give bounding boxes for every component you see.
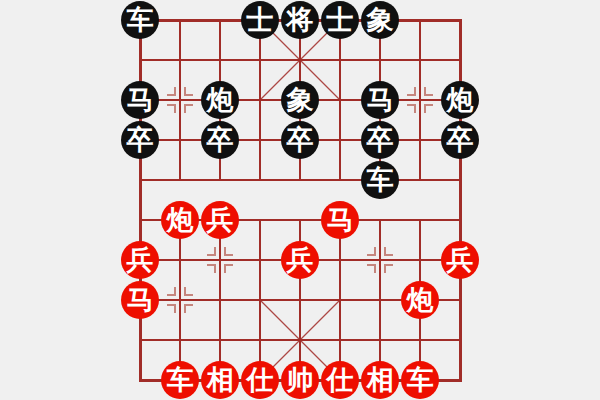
piece-red-pawn[interactable]: 兵 <box>281 241 319 279</box>
point-marker-corner <box>167 104 176 113</box>
piece-black-horse[interactable]: 马 <box>121 81 159 119</box>
piece-black-general[interactable]: 将 <box>281 1 319 39</box>
piece-black-pawn[interactable]: 卒 <box>281 121 319 159</box>
piece-black-pawn[interactable]: 卒 <box>201 121 239 159</box>
piece-red-horse[interactable]: 马 <box>121 281 159 319</box>
point-marker-corner <box>407 104 416 113</box>
piece-red-elephant[interactable]: 相 <box>361 361 399 399</box>
point-marker-corner <box>367 247 376 256</box>
piece-black-pawn[interactable]: 卒 <box>121 121 159 159</box>
piece-red-cannon[interactable]: 炮 <box>401 281 439 319</box>
piece-black-cannon[interactable]: 炮 <box>201 81 239 119</box>
piece-black-cannon[interactable]: 炮 <box>441 81 479 119</box>
piece-red-advisor[interactable]: 仕 <box>321 361 359 399</box>
point-marker-corner <box>384 247 393 256</box>
piece-black-advisor[interactable]: 士 <box>321 1 359 39</box>
point-marker-corner <box>167 304 176 313</box>
point-marker-corner <box>184 87 193 96</box>
piece-red-elephant[interactable]: 相 <box>201 361 239 399</box>
piece-black-pawn[interactable]: 卒 <box>441 121 479 159</box>
piece-black-elephant[interactable]: 象 <box>361 1 399 39</box>
point-marker-corner <box>367 264 376 273</box>
point-marker <box>167 287 193 313</box>
piece-red-pawn[interactable]: 兵 <box>121 241 159 279</box>
piece-red-cannon[interactable]: 炮 <box>161 201 199 239</box>
point-marker-corner <box>184 287 193 296</box>
point-marker-corner <box>167 287 176 296</box>
point-marker-corner <box>224 247 233 256</box>
point-marker <box>167 87 193 113</box>
piece-black-rook[interactable]: 车 <box>361 161 399 199</box>
board-grid <box>0 0 600 400</box>
piece-red-horse[interactable]: 马 <box>321 201 359 239</box>
piece-red-rook[interactable]: 车 <box>401 361 439 399</box>
point-marker-corner <box>167 87 176 96</box>
point-marker-corner <box>184 104 193 113</box>
piece-red-advisor[interactable]: 仕 <box>241 361 279 399</box>
piece-red-rook[interactable]: 车 <box>161 361 199 399</box>
point-marker <box>407 87 433 113</box>
piece-black-horse[interactable]: 马 <box>361 81 399 119</box>
point-marker-corner <box>384 264 393 273</box>
piece-red-king[interactable]: 帅 <box>281 361 319 399</box>
point-marker-corner <box>424 87 433 96</box>
piece-red-pawn[interactable]: 兵 <box>441 241 479 279</box>
piece-black-rook[interactable]: 车 <box>121 1 159 39</box>
point-marker <box>207 247 233 273</box>
xiangqi-app: 车士将士象马炮象马炮卒卒卒卒卒车炮兵马兵兵兵马炮车相仕帅仕相车 <box>0 0 600 400</box>
point-marker-corner <box>207 264 216 273</box>
point-marker-corner <box>424 104 433 113</box>
point-marker-corner <box>224 264 233 273</box>
point-marker-corner <box>407 87 416 96</box>
point-marker-corner <box>207 247 216 256</box>
point-marker-corner <box>184 304 193 313</box>
piece-red-pawn[interactable]: 兵 <box>201 201 239 239</box>
piece-black-advisor[interactable]: 士 <box>241 1 279 39</box>
piece-black-elephant[interactable]: 象 <box>281 81 319 119</box>
piece-black-pawn[interactable]: 卒 <box>361 121 399 159</box>
point-marker <box>367 247 393 273</box>
